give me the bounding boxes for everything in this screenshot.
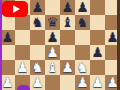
square-b5: [15, 30, 30, 45]
piece-black-b-e6: ♝: [61, 15, 73, 30]
square-c2: ♟: [30, 75, 45, 90]
square-g3: [90, 60, 105, 75]
piece-black-p-f7: ♟: [76, 0, 88, 15]
square-a6: [0, 15, 15, 30]
square-e5: [60, 30, 75, 45]
youtube-play-button[interactable]: [2, 1, 28, 17]
square-f6: ♞: [75, 15, 90, 30]
piece-black-p-d5: ♟: [46, 30, 58, 45]
piece-black-q-d6: ♛: [46, 15, 58, 30]
piece-white-p-d4: ♟: [46, 45, 58, 60]
piece-white-n-c3: ♞: [31, 60, 43, 75]
square-f2: ♟: [75, 75, 90, 90]
square-e6: ♝: [60, 15, 75, 30]
square-a5: ♟: [0, 30, 15, 45]
piece-white-p-g2: ♟: [91, 75, 103, 90]
piece-white-p-e3: ♟: [61, 60, 73, 75]
square-c3: ♞: [30, 60, 45, 75]
piece-white-p-f2: ♟: [76, 75, 88, 90]
square-c7: ♟: [30, 0, 45, 15]
square-f3: ♞: [75, 60, 90, 75]
square-d2: [45, 75, 60, 90]
square-d4: ♟: [45, 45, 60, 60]
piece-black-p-c7: ♟: [31, 0, 43, 15]
square-a4: [0, 45, 15, 60]
square-g6: [90, 15, 105, 30]
square-a2: ♟: [0, 75, 15, 90]
piece-white-n-f3: ♞: [76, 60, 88, 75]
square-f5: [75, 30, 90, 45]
piece-black-n-c6: ♞: [31, 15, 43, 30]
square-e2: [60, 75, 75, 90]
square-f7: ♟: [75, 0, 90, 15]
square-d6: ♛: [45, 15, 60, 30]
square-a3: [0, 60, 15, 75]
square-e4: [60, 45, 75, 60]
square-c5: [30, 30, 45, 45]
square-g7: [90, 0, 105, 15]
piece-white-p-b3: ♟: [16, 60, 28, 75]
square-c4: [30, 45, 45, 60]
square-b6: [15, 15, 30, 30]
piece-white-p-c2: ♟: [31, 75, 43, 90]
piece-black-p-e7: ♟: [61, 0, 73, 15]
piece-black-p-g4: ♟: [91, 45, 103, 60]
purple-ui-blob: [17, 85, 30, 90]
square-d7: [45, 0, 60, 15]
piece-black-p-a5: ♟: [1, 30, 13, 45]
board-right-frame: [117, 0, 120, 90]
square-c6: ♞: [30, 15, 45, 30]
video-thumbnail[interactable]: ♟♟♟♞♛♝♞♟♟♟♟♟♟♞♝♟♞♟♟♟♟♟: [0, 0, 120, 90]
square-b3: ♟: [15, 60, 30, 75]
square-e3: ♟: [60, 60, 75, 75]
square-b4: [15, 45, 30, 60]
piece-white-b-d3: ♝: [46, 60, 58, 75]
square-g2: ♟: [90, 75, 105, 90]
play-icon: [13, 5, 20, 13]
square-d3: ♝: [45, 60, 60, 75]
square-g4: ♟: [90, 45, 105, 60]
square-f4: [75, 45, 90, 60]
piece-white-p-a2: ♟: [1, 75, 13, 90]
square-d5: ♟: [45, 30, 60, 45]
square-g5: [90, 30, 105, 45]
square-e7: ♟: [60, 0, 75, 15]
piece-black-n-f6: ♞: [76, 15, 88, 30]
